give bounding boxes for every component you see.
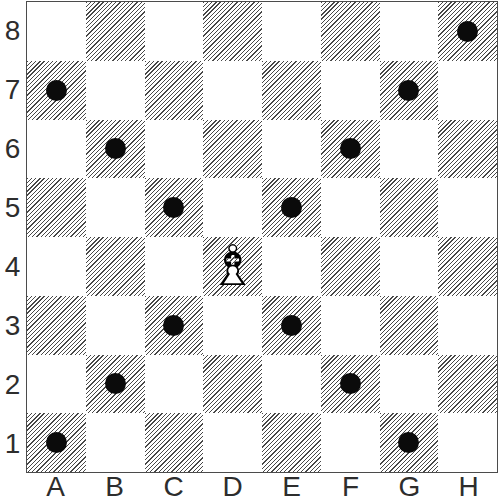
square-e4[interactable]	[262, 237, 321, 296]
square-d3[interactable]	[203, 296, 262, 355]
square-b3[interactable]	[86, 296, 145, 355]
move-dot[interactable]	[105, 373, 126, 394]
square-d7[interactable]	[203, 61, 262, 120]
move-dot[interactable]	[163, 197, 184, 218]
square-c2[interactable]	[145, 355, 204, 414]
square-e7[interactable]	[262, 61, 321, 120]
rank-label-2: 2	[0, 355, 25, 414]
square-a3[interactable]	[27, 296, 86, 355]
square-g7[interactable]	[380, 61, 439, 120]
square-f1[interactable]	[321, 413, 380, 472]
square-h5[interactable]	[438, 178, 497, 237]
file-label-h: H	[439, 473, 498, 500]
square-h4[interactable]	[438, 237, 497, 296]
white-bishop[interactable]: ♝♗	[203, 237, 262, 296]
square-h8[interactable]	[438, 2, 497, 61]
rank-label-6: 6	[0, 119, 25, 178]
square-a2[interactable]	[27, 355, 86, 414]
square-d1[interactable]	[203, 413, 262, 472]
rank-label-8: 8	[0, 1, 25, 60]
square-h1[interactable]	[438, 413, 497, 472]
file-label-d: D	[203, 473, 262, 500]
rank-label-4: 4	[0, 237, 25, 296]
square-g8[interactable]	[380, 2, 439, 61]
square-h2[interactable]	[438, 355, 497, 414]
square-b5[interactable]	[86, 178, 145, 237]
square-c4[interactable]	[145, 237, 204, 296]
square-b8[interactable]	[86, 2, 145, 61]
square-d6[interactable]	[203, 120, 262, 179]
square-g1[interactable]	[380, 413, 439, 472]
file-label-a: A	[26, 473, 85, 500]
square-c7[interactable]	[145, 61, 204, 120]
square-e3[interactable]	[262, 296, 321, 355]
square-e8[interactable]	[262, 2, 321, 61]
move-dot[interactable]	[281, 315, 302, 336]
square-b2[interactable]	[86, 355, 145, 414]
square-c3[interactable]	[145, 296, 204, 355]
move-dot[interactable]	[281, 197, 302, 218]
square-b4[interactable]	[86, 237, 145, 296]
rank-label-3: 3	[0, 296, 25, 355]
rank-label-5: 5	[0, 178, 25, 237]
chess-board: ♝♗	[26, 1, 498, 473]
square-f6[interactable]	[321, 120, 380, 179]
chess-diagram: ♝♗ 87654321 ABCDEFGH	[0, 0, 500, 500]
square-a7[interactable]	[27, 61, 86, 120]
square-f4[interactable]	[321, 237, 380, 296]
move-dot[interactable]	[46, 80, 67, 101]
file-label-f: F	[321, 473, 380, 500]
square-h3[interactable]	[438, 296, 497, 355]
square-f2[interactable]	[321, 355, 380, 414]
square-b6[interactable]	[86, 120, 145, 179]
square-f5[interactable]	[321, 178, 380, 237]
move-dot[interactable]	[163, 315, 184, 336]
square-f8[interactable]	[321, 2, 380, 61]
move-dot[interactable]	[457, 21, 478, 42]
rank-label-7: 7	[0, 60, 25, 119]
square-d5[interactable]	[203, 178, 262, 237]
move-dot[interactable]	[340, 373, 361, 394]
square-g3[interactable]	[380, 296, 439, 355]
square-g2[interactable]	[380, 355, 439, 414]
file-label-g: G	[380, 473, 439, 500]
square-a1[interactable]	[27, 413, 86, 472]
move-dot[interactable]	[398, 432, 419, 453]
square-a5[interactable]	[27, 178, 86, 237]
square-e6[interactable]	[262, 120, 321, 179]
square-c1[interactable]	[145, 413, 204, 472]
square-g5[interactable]	[380, 178, 439, 237]
file-label-e: E	[262, 473, 321, 500]
square-c6[interactable]	[145, 120, 204, 179]
square-c8[interactable]	[145, 2, 204, 61]
square-a4[interactable]	[27, 237, 86, 296]
square-a8[interactable]	[27, 2, 86, 61]
square-d8[interactable]	[203, 2, 262, 61]
move-dot[interactable]	[105, 138, 126, 159]
move-dot[interactable]	[46, 432, 67, 453]
rank-label-1: 1	[0, 414, 25, 473]
square-g4[interactable]	[380, 237, 439, 296]
file-label-b: B	[85, 473, 144, 500]
square-d4[interactable]: ♝♗	[203, 237, 262, 296]
square-b7[interactable]	[86, 61, 145, 120]
square-a6[interactable]	[27, 120, 86, 179]
square-e1[interactable]	[262, 413, 321, 472]
square-h7[interactable]	[438, 61, 497, 120]
move-dot[interactable]	[340, 138, 361, 159]
square-g6[interactable]	[380, 120, 439, 179]
square-f3[interactable]	[321, 296, 380, 355]
file-label-c: C	[144, 473, 203, 500]
square-f7[interactable]	[321, 61, 380, 120]
square-c5[interactable]	[145, 178, 204, 237]
move-dot[interactable]	[398, 80, 419, 101]
square-e2[interactable]	[262, 355, 321, 414]
square-d2[interactable]	[203, 355, 262, 414]
white-bishop-outline: ♗	[203, 237, 262, 296]
square-h6[interactable]	[438, 120, 497, 179]
square-b1[interactable]	[86, 413, 145, 472]
square-e5[interactable]	[262, 178, 321, 237]
